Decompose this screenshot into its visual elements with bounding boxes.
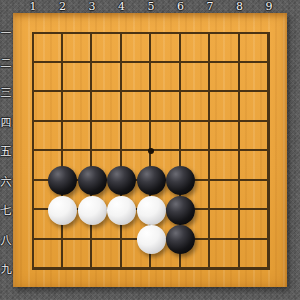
board-point[interactable] <box>166 225 196 255</box>
board-point[interactable] <box>166 107 196 137</box>
board-point[interactable] <box>48 77 78 107</box>
board-point[interactable] <box>195 136 225 166</box>
black-stone <box>166 196 195 225</box>
board-point[interactable] <box>77 18 107 48</box>
board-point[interactable] <box>136 77 166 107</box>
board-point[interactable] <box>254 18 284 48</box>
board-point[interactable] <box>107 136 137 166</box>
board-point[interactable] <box>225 107 255 137</box>
board-point[interactable] <box>195 48 225 78</box>
board-point[interactable] <box>136 254 166 284</box>
board-point[interactable] <box>107 18 137 48</box>
row-label: 二 <box>1 57 12 68</box>
go-board[interactable] <box>13 13 287 287</box>
board-point[interactable] <box>77 225 107 255</box>
board-point[interactable] <box>225 77 255 107</box>
board-point[interactable] <box>107 77 137 107</box>
row-label: 三 <box>1 87 12 98</box>
black-stone <box>166 166 195 195</box>
board-point[interactable] <box>254 48 284 78</box>
board-point[interactable] <box>18 18 48 48</box>
column-label: 4 <box>118 1 125 12</box>
board-point[interactable] <box>166 136 196 166</box>
column-label: 6 <box>177 1 184 12</box>
board-point[interactable] <box>136 195 166 225</box>
board-point[interactable] <box>195 225 225 255</box>
board-point[interactable] <box>136 48 166 78</box>
board-point[interactable] <box>254 195 284 225</box>
row-label: 七 <box>1 205 12 216</box>
black-stone <box>137 166 166 195</box>
board-point[interactable] <box>107 195 137 225</box>
board-point[interactable] <box>77 195 107 225</box>
board-point[interactable] <box>107 225 137 255</box>
board-point[interactable] <box>18 166 48 196</box>
board-point[interactable] <box>225 254 255 284</box>
white-stone <box>78 196 107 225</box>
board-point[interactable] <box>48 107 78 137</box>
board-point[interactable] <box>77 48 107 78</box>
board-point[interactable] <box>18 48 48 78</box>
column-label: 5 <box>148 1 155 12</box>
row-label: 六 <box>1 175 12 186</box>
board-point[interactable] <box>136 107 166 137</box>
board-point[interactable] <box>166 18 196 48</box>
column-label: 7 <box>207 1 214 12</box>
board-point[interactable] <box>48 136 78 166</box>
board-scene: 123456789一二三四五六七八九 <box>0 0 300 300</box>
black-stone <box>48 166 77 195</box>
board-point[interactable] <box>254 254 284 284</box>
white-stone <box>137 196 166 225</box>
column-label: 1 <box>30 1 37 12</box>
board-point[interactable] <box>136 166 166 196</box>
board-point[interactable] <box>48 18 78 48</box>
board-point[interactable] <box>195 195 225 225</box>
board-point[interactable] <box>48 225 78 255</box>
board-point[interactable] <box>107 107 137 137</box>
board-point[interactable] <box>225 166 255 196</box>
board-point[interactable] <box>136 225 166 255</box>
board-point[interactable] <box>195 166 225 196</box>
column-label: 8 <box>236 1 243 12</box>
board-point[interactable] <box>107 48 137 78</box>
board-point[interactable] <box>18 225 48 255</box>
board-point[interactable] <box>195 18 225 48</box>
row-label: 八 <box>1 234 12 245</box>
board-point[interactable] <box>77 77 107 107</box>
black-stone <box>107 166 136 195</box>
star-point <box>148 148 154 154</box>
white-stone <box>107 196 136 225</box>
board-point[interactable] <box>254 77 284 107</box>
board-point[interactable] <box>48 48 78 78</box>
board-point[interactable] <box>77 136 107 166</box>
board-point[interactable] <box>166 77 196 107</box>
white-stone <box>137 225 166 254</box>
row-label: 五 <box>1 146 12 157</box>
black-stone <box>166 225 195 254</box>
board-point[interactable] <box>166 48 196 78</box>
black-stone <box>78 166 107 195</box>
board-point[interactable] <box>195 107 225 137</box>
board-point[interactable] <box>18 254 48 284</box>
board-point[interactable] <box>18 77 48 107</box>
board-point[interactable] <box>254 136 284 166</box>
row-label: 一 <box>1 28 12 39</box>
board-point[interactable] <box>225 48 255 78</box>
board-point[interactable] <box>48 166 78 196</box>
board-point[interactable] <box>48 195 78 225</box>
board-point[interactable] <box>254 225 284 255</box>
column-label: 3 <box>89 1 96 12</box>
board-point[interactable] <box>136 18 166 48</box>
board-point[interactable] <box>77 166 107 196</box>
board-point[interactable] <box>18 136 48 166</box>
board-point[interactable] <box>18 195 48 225</box>
row-label: 四 <box>1 116 12 127</box>
board-point[interactable] <box>195 254 225 284</box>
white-stone <box>48 196 77 225</box>
board-point[interactable] <box>48 254 78 284</box>
board-point[interactable] <box>166 195 196 225</box>
board-point[interactable] <box>225 225 255 255</box>
column-label: 9 <box>266 1 273 12</box>
board-point[interactable] <box>225 136 255 166</box>
board-point[interactable] <box>77 254 107 284</box>
board-point[interactable] <box>225 18 255 48</box>
board-point[interactable] <box>166 166 196 196</box>
board-point[interactable] <box>254 166 284 196</box>
board-point[interactable] <box>107 166 137 196</box>
board-point[interactable] <box>254 107 284 137</box>
board-point[interactable] <box>18 107 48 137</box>
board-point[interactable] <box>195 77 225 107</box>
board-point[interactable] <box>166 254 196 284</box>
board-point[interactable] <box>77 107 107 137</box>
row-label: 九 <box>1 264 12 275</box>
column-label: 2 <box>59 1 66 12</box>
board-point[interactable] <box>107 254 137 284</box>
board-point[interactable] <box>225 195 255 225</box>
